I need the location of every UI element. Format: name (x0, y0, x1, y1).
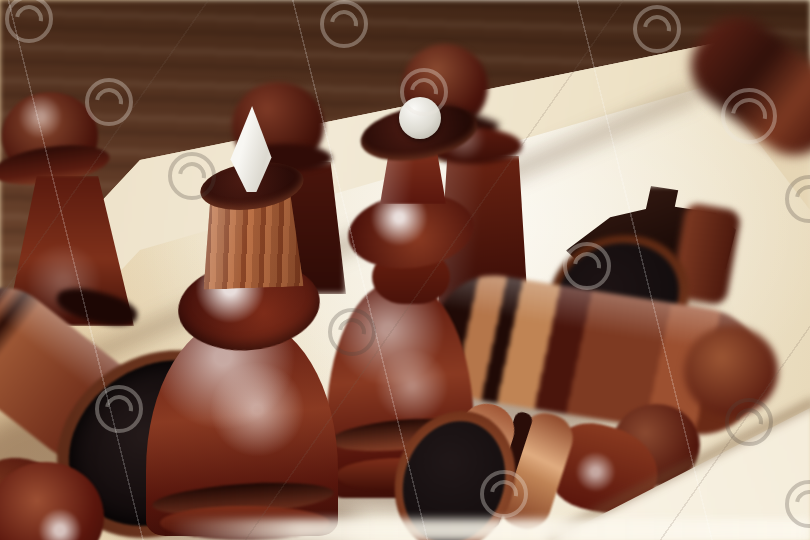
watermark-logo-icon (168, 152, 216, 200)
watermark-logo-icon (563, 242, 611, 290)
watermark-logo-icon (328, 308, 376, 356)
foreground-blur-strip (170, 519, 810, 540)
watermark-logo-icon (480, 470, 528, 518)
watermark-logo-icon (721, 88, 777, 144)
watermark-logo-icon (725, 398, 773, 446)
watermark-logo-icon (400, 68, 448, 116)
watermark-logo-icon (785, 175, 810, 223)
watermark-logo-icon (85, 78, 133, 126)
watermark-logo-icon (633, 5, 681, 53)
chess-box-photo (0, 0, 810, 540)
watermark-logo-icon (320, 0, 368, 48)
watermark-logo-icon (95, 385, 143, 433)
